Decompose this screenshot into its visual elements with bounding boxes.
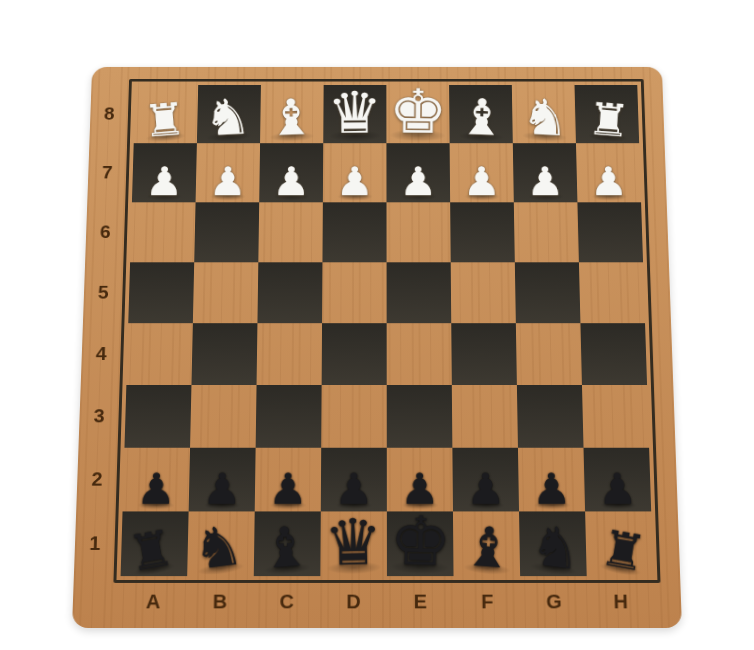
rank-label-1: 1 (74, 511, 116, 576)
black-pawn-a2: ♟ (136, 468, 177, 511)
square-g7[interactable]: ♟ (513, 143, 578, 202)
white-king-e8: ♚ (388, 81, 447, 142)
black-knight-g1: ♞ (527, 517, 584, 578)
white-knight-g8: ♞ (520, 91, 570, 143)
white-knight-b8: ♞ (203, 91, 253, 143)
file-label-g: G (520, 590, 587, 613)
black-pawn-f2: ♟ (466, 468, 506, 511)
square-d8[interactable]: ♛ (323, 85, 386, 143)
square-h4[interactable] (580, 323, 647, 385)
black-rook-a1: ♜ (125, 523, 178, 580)
square-e4[interactable] (387, 323, 452, 385)
square-g4[interactable] (516, 323, 582, 385)
white-pawn-c7: ♟ (272, 162, 311, 202)
square-a1[interactable]: ♜ (121, 511, 189, 576)
board-frame-line: ♜♞♝♛♚♝♞♜♟♟♟♟♟♟♟♟♟♟♟♟♟♟♟♟♜♞♝♛♚♝♞♜ (113, 79, 660, 583)
white-rook-h8: ♜ (586, 96, 632, 144)
square-b7[interactable]: ♟ (196, 143, 261, 202)
square-c4[interactable] (257, 323, 323, 385)
black-bishop-c1: ♝ (258, 518, 312, 577)
white-pawn-b7: ♟ (208, 162, 247, 202)
square-g3[interactable] (517, 385, 584, 448)
square-f3[interactable] (452, 385, 518, 448)
square-h7[interactable]: ♟ (576, 143, 641, 202)
white-pawn-g7: ♟ (526, 162, 565, 202)
black-pawn-g2: ♟ (531, 468, 572, 511)
square-e3[interactable] (387, 385, 453, 448)
file-label-a: A (119, 590, 186, 613)
file-label-h: H (587, 590, 654, 613)
square-d5[interactable] (322, 262, 387, 323)
square-g5[interactable] (515, 262, 581, 323)
square-a4[interactable] (126, 323, 192, 385)
square-b2[interactable]: ♟ (189, 448, 256, 512)
square-d1[interactable]: ♛ (320, 511, 387, 576)
square-e8[interactable]: ♚ (386, 85, 449, 143)
square-c2[interactable]: ♟ (255, 448, 322, 512)
black-pawn-c2: ♟ (268, 468, 308, 511)
square-a2[interactable]: ♟ (123, 448, 191, 512)
square-f6[interactable] (450, 202, 515, 262)
square-e6[interactable] (386, 202, 450, 262)
rank-label-4: 4 (81, 323, 122, 385)
square-h3[interactable] (582, 385, 649, 448)
rank-label-2: 2 (76, 448, 117, 512)
square-c5[interactable] (257, 262, 322, 323)
square-b6[interactable] (194, 202, 259, 262)
square-d7[interactable]: ♟ (323, 143, 387, 202)
white-queen-d8: ♛ (327, 85, 383, 143)
rank-label-6: 6 (85, 202, 125, 262)
square-h8[interactable]: ♜ (575, 85, 640, 143)
square-g2[interactable]: ♟ (518, 448, 585, 512)
square-g6[interactable] (514, 202, 579, 262)
square-c7[interactable]: ♟ (259, 143, 323, 202)
square-f7[interactable]: ♟ (450, 143, 514, 202)
square-b5[interactable] (193, 262, 258, 323)
black-pawn-d2: ♟ (334, 468, 374, 511)
white-rook-a8: ♜ (141, 96, 187, 144)
square-a7[interactable]: ♟ (132, 143, 197, 202)
square-f8[interactable]: ♝ (449, 85, 513, 143)
square-c3[interactable] (256, 385, 322, 448)
square-c1[interactable]: ♝ (254, 511, 321, 576)
square-c8[interactable]: ♝ (260, 85, 324, 143)
file-labels-row: ABCDEFGH (119, 583, 655, 620)
square-g1[interactable]: ♞ (519, 511, 587, 576)
black-pawn-h2: ♟ (597, 468, 638, 511)
white-pawn-f7: ♟ (462, 162, 501, 202)
white-pawn-e7: ♟ (399, 162, 437, 202)
file-label-b: B (186, 590, 253, 613)
square-f5[interactable] (451, 262, 516, 323)
wooden-chess-board: 87654321 ♜♞♝♛♚♝♞♜♟♟♟♟♟♟♟♟♟♟♟♟♟♟♟♟♜♞♝♛♚♝♞… (72, 67, 682, 628)
square-b4[interactable] (191, 323, 257, 385)
rank-label-5: 5 (83, 262, 123, 323)
rank-label-7: 7 (87, 143, 127, 202)
rank-label-8: 8 (89, 85, 129, 143)
file-label-e: E (387, 590, 454, 613)
square-f2[interactable]: ♟ (452, 448, 519, 512)
black-queen-d1: ♛ (323, 511, 383, 576)
board-grid: ♜♞♝♛♚♝♞♜♟♟♟♟♟♟♟♟♟♟♟♟♟♟♟♟♜♞♝♛♚♝♞♜ (121, 85, 654, 576)
square-a6[interactable] (130, 202, 195, 262)
square-f1[interactable]: ♝ (453, 511, 520, 576)
square-e5[interactable] (387, 262, 452, 323)
chessboard-photo: 87654321 ♜♞♝♛♚♝♞♜♟♟♟♟♟♟♟♟♟♟♟♟♟♟♟♟♜♞♝♛♚♝♞… (72, 67, 682, 628)
square-h1[interactable]: ♜ (585, 511, 653, 576)
black-king-e1: ♚ (389, 507, 453, 576)
square-b3[interactable] (190, 385, 256, 448)
black-knight-b1: ♞ (190, 517, 247, 578)
file-label-f: F (454, 590, 521, 613)
white-bishop-f8: ♝ (457, 92, 506, 143)
square-h2[interactable]: ♟ (584, 448, 652, 512)
file-label-d: D (320, 590, 387, 613)
black-bishop-f1: ♝ (461, 518, 515, 577)
square-g8[interactable]: ♞ (512, 85, 576, 143)
square-d3[interactable] (321, 385, 387, 448)
square-h5[interactable] (579, 262, 645, 323)
square-e7[interactable]: ♟ (386, 143, 450, 202)
square-d2[interactable]: ♟ (321, 448, 387, 512)
white-bishop-c8: ♝ (266, 92, 315, 143)
square-a3[interactable] (124, 385, 191, 448)
black-pawn-b2: ♟ (202, 468, 242, 511)
square-f4[interactable] (451, 323, 517, 385)
square-a8[interactable]: ♜ (134, 85, 198, 143)
black-rook-h1: ♜ (597, 523, 650, 580)
white-pawn-h7: ♟ (589, 162, 628, 202)
square-d6[interactable] (322, 202, 386, 262)
square-d4[interactable] (322, 323, 387, 385)
square-b1[interactable]: ♞ (187, 511, 255, 576)
square-c6[interactable] (258, 202, 323, 262)
rank-label-3: 3 (78, 385, 119, 448)
white-pawn-d7: ♟ (336, 162, 374, 202)
white-pawn-a7: ♟ (145, 162, 184, 202)
square-a5[interactable] (128, 262, 194, 323)
file-label-c: C (253, 590, 320, 613)
square-b8[interactable]: ♞ (197, 85, 261, 143)
square-h6[interactable] (577, 202, 643, 262)
square-e1[interactable]: ♚ (387, 511, 454, 576)
